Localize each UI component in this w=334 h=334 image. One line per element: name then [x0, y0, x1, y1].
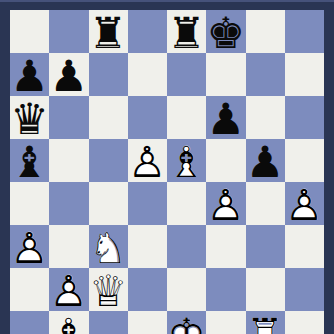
square-f7[interactable] [206, 53, 245, 96]
square-c3[interactable]: ♞♘ [89, 225, 128, 268]
square-a5[interactable]: ♝ [10, 139, 49, 182]
square-g3[interactable] [246, 225, 285, 268]
piece-white-bishop: ♝♗ [167, 141, 206, 184]
square-h5[interactable] [285, 139, 324, 182]
square-d3[interactable] [128, 225, 167, 268]
square-h8[interactable] [285, 10, 324, 53]
square-h7[interactable] [285, 53, 324, 96]
chess-board-frame: ♜♜♚♟♟♛♟♝♟♙♝♗♟♟♙♟♙♟♙♞♘♟♙♛♕♝♗♚♔♜♖ [0, 0, 334, 334]
square-g1[interactable]: ♜♖ [246, 311, 285, 334]
square-d7[interactable] [128, 53, 167, 96]
piece-white-pawn: ♟♙ [50, 270, 89, 313]
square-b8[interactable] [49, 10, 88, 53]
square-h3[interactable] [285, 225, 324, 268]
square-d1[interactable] [128, 311, 167, 334]
square-d5[interactable]: ♟♙ [128, 139, 167, 182]
square-g5[interactable]: ♟ [246, 139, 285, 182]
piece-white-bishop: ♝♗ [50, 313, 89, 334]
square-h6[interactable] [285, 96, 324, 139]
piece-white-rook: ♜♖ [246, 313, 285, 334]
square-c7[interactable] [89, 53, 128, 96]
square-g8[interactable] [246, 10, 285, 53]
square-g2[interactable] [246, 268, 285, 311]
square-f6[interactable]: ♟ [206, 96, 245, 139]
square-e8[interactable]: ♜ [167, 10, 206, 53]
square-d2[interactable] [128, 268, 167, 311]
square-b2[interactable]: ♟♙ [49, 268, 88, 311]
square-f8[interactable]: ♚ [206, 10, 245, 53]
piece-black-rook: ♜ [167, 12, 206, 55]
square-b5[interactable] [49, 139, 88, 182]
square-h4[interactable]: ♟♙ [285, 182, 324, 225]
piece-white-pawn: ♟♙ [207, 184, 246, 227]
square-a3[interactable]: ♟♙ [10, 225, 49, 268]
square-c5[interactable] [89, 139, 128, 182]
piece-white-pawn: ♟♙ [10, 227, 49, 270]
square-a1[interactable] [10, 311, 49, 334]
square-a7[interactable]: ♟ [10, 53, 49, 96]
square-b4[interactable] [49, 182, 88, 225]
square-b3[interactable] [49, 225, 88, 268]
square-f2[interactable] [206, 268, 245, 311]
square-b6[interactable] [49, 96, 88, 139]
square-d6[interactable] [128, 96, 167, 139]
square-c4[interactable] [89, 182, 128, 225]
square-e6[interactable] [167, 96, 206, 139]
square-e4[interactable] [167, 182, 206, 225]
piece-black-rook: ♜ [89, 12, 128, 55]
square-e3[interactable] [167, 225, 206, 268]
square-f5[interactable] [206, 139, 245, 182]
square-c2[interactable]: ♛♕ [89, 268, 128, 311]
piece-white-knight: ♞♘ [89, 227, 128, 270]
square-e7[interactable] [167, 53, 206, 96]
piece-black-pawn: ♟ [207, 98, 246, 141]
square-g7[interactable] [246, 53, 285, 96]
piece-black-king: ♚ [207, 12, 246, 55]
square-a6[interactable]: ♛ [10, 96, 49, 139]
piece-white-pawn: ♟♙ [128, 141, 167, 184]
piece-white-queen: ♛♕ [89, 270, 128, 313]
square-b7[interactable]: ♟ [49, 53, 88, 96]
chess-board: ♜♜♚♟♟♛♟♝♟♙♝♗♟♟♙♟♙♟♙♞♘♟♙♛♕♝♗♚♔♜♖ [10, 10, 324, 324]
square-f3[interactable] [206, 225, 245, 268]
square-c8[interactable]: ♜ [89, 10, 128, 53]
square-a8[interactable] [10, 10, 49, 53]
square-e1[interactable]: ♚♔ [167, 311, 206, 334]
piece-black-pawn: ♟ [10, 55, 49, 98]
piece-black-queen: ♛ [10, 98, 49, 141]
square-f4[interactable]: ♟♙ [206, 182, 245, 225]
square-a2[interactable] [10, 268, 49, 311]
square-h2[interactable] [285, 268, 324, 311]
square-e2[interactable] [167, 268, 206, 311]
square-d8[interactable] [128, 10, 167, 53]
piece-white-king: ♚♔ [167, 313, 206, 334]
piece-white-pawn: ♟♙ [285, 184, 324, 227]
square-f1[interactable] [206, 311, 245, 334]
square-e5[interactable]: ♝♗ [167, 139, 206, 182]
piece-black-pawn: ♟ [246, 141, 285, 184]
square-b1[interactable]: ♝♗ [49, 311, 88, 334]
square-g6[interactable] [246, 96, 285, 139]
square-c6[interactable] [89, 96, 128, 139]
square-d4[interactable] [128, 182, 167, 225]
square-h1[interactable] [285, 311, 324, 334]
square-a4[interactable] [10, 182, 49, 225]
square-g4[interactable] [246, 182, 285, 225]
piece-black-bishop: ♝ [10, 141, 49, 184]
piece-black-pawn: ♟ [50, 55, 89, 98]
